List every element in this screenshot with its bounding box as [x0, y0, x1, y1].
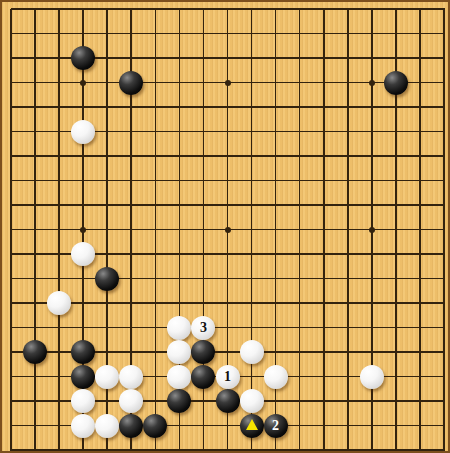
stone-black[interactable]	[216, 389, 240, 413]
stone-white[interactable]	[240, 389, 264, 413]
stone-white[interactable]	[71, 389, 95, 413]
stone-white[interactable]	[95, 365, 119, 389]
star-point	[369, 227, 375, 233]
go-board[interactable]: 312	[0, 0, 450, 453]
grid-hline	[11, 327, 446, 329]
move-number-label: 1	[224, 370, 231, 384]
grid-hline	[11, 302, 446, 304]
stone-white[interactable]: 1	[216, 365, 240, 389]
star-point	[80, 80, 86, 86]
stone-black[interactable]	[71, 46, 95, 70]
stone-white[interactable]	[47, 291, 71, 315]
stone-black[interactable]: 2	[264, 414, 288, 438]
stone-white[interactable]	[264, 365, 288, 389]
move-number-label: 3	[200, 321, 207, 335]
stone-white[interactable]	[167, 316, 191, 340]
board-grid[interactable]: 312	[11, 9, 444, 450]
stone-black[interactable]	[119, 414, 143, 438]
stone-black[interactable]	[191, 365, 215, 389]
stone-black[interactable]	[191, 340, 215, 364]
grid-vline	[323, 9, 325, 452]
stone-black[interactable]	[71, 340, 95, 364]
stone-black[interactable]	[143, 414, 167, 438]
stone-white[interactable]	[71, 414, 95, 438]
star-point	[225, 227, 231, 233]
stone-white[interactable]	[167, 365, 191, 389]
stone-black[interactable]	[167, 389, 191, 413]
grid-hline	[11, 449, 446, 451]
grid-vline	[251, 9, 253, 452]
move-number-label: 2	[272, 419, 279, 433]
stone-black[interactable]	[23, 340, 47, 364]
stone-white[interactable]	[119, 365, 143, 389]
stone-white[interactable]: 3	[191, 316, 215, 340]
stone-white[interactable]	[71, 242, 95, 266]
stone-black[interactable]	[240, 414, 264, 438]
grid-vline	[419, 9, 421, 452]
stone-white[interactable]	[167, 340, 191, 364]
stone-white[interactable]	[360, 365, 384, 389]
stone-white[interactable]	[119, 389, 143, 413]
grid-vline	[443, 9, 445, 452]
star-point	[225, 80, 231, 86]
grid-hline	[11, 278, 446, 280]
star-point	[80, 227, 86, 233]
stone-white[interactable]	[95, 414, 119, 438]
triangle-marker-icon	[246, 419, 258, 430]
stone-black[interactable]	[95, 267, 119, 291]
stone-black[interactable]	[71, 365, 95, 389]
stone-black[interactable]	[384, 71, 408, 95]
stone-white[interactable]	[240, 340, 264, 364]
stone-white[interactable]	[71, 120, 95, 144]
grid-vline	[299, 9, 301, 452]
star-point	[369, 80, 375, 86]
grid-vline	[347, 9, 349, 452]
stone-black[interactable]	[119, 71, 143, 95]
